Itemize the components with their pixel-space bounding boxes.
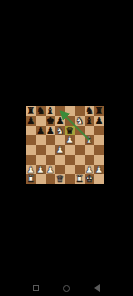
square-c1[interactable] — [46, 174, 56, 184]
black-pawn-h7: ♟ — [95, 116, 104, 126]
square-e4[interactable] — [65, 145, 75, 155]
square-f4[interactable] — [75, 145, 85, 155]
square-g7[interactable]: ♝ — [85, 116, 95, 126]
black-rook-a8: ♜ — [27, 106, 36, 116]
white-rook-f1: ♜ — [75, 174, 84, 184]
square-e3[interactable] — [65, 155, 75, 165]
square-d1[interactable]: ♛ — [55, 174, 65, 184]
square-d3[interactable] — [55, 155, 65, 165]
square-e7[interactable] — [65, 116, 75, 126]
square-h7[interactable]: ♟ — [94, 116, 104, 126]
square-g1[interactable]: ♚ — [85, 174, 95, 184]
square-a3[interactable] — [26, 155, 36, 165]
square-d5[interactable] — [55, 135, 65, 145]
black-pawn-d7: ♟ — [56, 116, 65, 126]
square-b6[interactable]: ♟ — [36, 126, 46, 136]
white-knight-d6: ♞ — [56, 126, 65, 136]
square-c7[interactable]: ♚ — [46, 116, 56, 126]
square-f3[interactable] — [75, 155, 85, 165]
square-f8[interactable] — [75, 106, 85, 116]
android-navbar — [0, 283, 133, 293]
white-pawn-g2: ♟ — [85, 165, 94, 175]
white-pawn-d4: ♟ — [56, 145, 65, 155]
square-b2[interactable]: ♟ — [36, 165, 46, 175]
black-rook-h8: ♜ — [95, 106, 104, 116]
square-f2[interactable] — [75, 165, 85, 175]
square-g8[interactable]: ♞ — [85, 106, 95, 116]
black-bishop-g7: ♝ — [85, 116, 94, 126]
black-king-c7: ♚ — [46, 116, 55, 126]
back-button-icon[interactable] — [94, 284, 100, 292]
white-pawn-c2: ♟ — [46, 165, 55, 175]
square-c4[interactable] — [46, 145, 56, 155]
square-e1[interactable] — [65, 174, 75, 184]
black-knight-b8: ♞ — [36, 106, 45, 116]
chess-board: ♜♞♝♞♜♟♚♟♞♝♟♟♟♞♛♟♝♟♟♟♟♟♟♜♛♜♚ — [26, 106, 104, 184]
square-h3[interactable] — [94, 155, 104, 165]
white-queen-d1: ♛ — [56, 174, 65, 184]
square-b3[interactable] — [36, 155, 46, 165]
square-e8[interactable] — [65, 106, 75, 116]
square-b1[interactable] — [36, 174, 46, 184]
square-d6[interactable]: ♞ — [55, 126, 65, 136]
square-h4[interactable] — [94, 145, 104, 155]
square-b8[interactable]: ♞ — [36, 106, 46, 116]
white-pawn-a2: ♟ — [27, 165, 36, 175]
square-d7[interactable]: ♟ — [55, 116, 65, 126]
phone-screen: ♜♞♝♞♜♟♚♟♞♝♟♟♟♞♛♟♝♟♟♟♟♟♟♜♛♜♚ — [0, 0, 133, 296]
black-knight-g8: ♞ — [85, 106, 94, 116]
square-b5[interactable] — [36, 135, 46, 145]
square-f7[interactable]: ♞ — [75, 116, 85, 126]
square-c5[interactable] — [46, 135, 56, 145]
black-queen-e6: ♛ — [66, 126, 75, 136]
square-f5[interactable] — [75, 135, 85, 145]
square-h8[interactable]: ♜ — [94, 106, 104, 116]
white-pawn-b2: ♟ — [36, 165, 45, 175]
black-pawn-a7: ♟ — [27, 116, 36, 126]
square-a8[interactable]: ♜ — [26, 106, 36, 116]
square-a6[interactable] — [26, 126, 36, 136]
square-a1[interactable]: ♜ — [26, 174, 36, 184]
square-f1[interactable]: ♜ — [75, 174, 85, 184]
square-c8[interactable]: ♝ — [46, 106, 56, 116]
white-pawn-h2: ♟ — [95, 165, 104, 175]
square-h1[interactable] — [94, 174, 104, 184]
black-pawn-c6: ♟ — [46, 126, 55, 136]
square-b7[interactable] — [36, 116, 46, 126]
square-e5[interactable]: ♟ — [65, 135, 75, 145]
square-g5[interactable]: ♝ — [85, 135, 95, 145]
square-d2[interactable] — [55, 165, 65, 175]
square-h5[interactable] — [94, 135, 104, 145]
home-button-icon[interactable] — [63, 285, 70, 292]
black-pawn-b6: ♟ — [36, 126, 45, 136]
square-h6[interactable] — [94, 126, 104, 136]
square-c3[interactable] — [46, 155, 56, 165]
square-g3[interactable] — [85, 155, 95, 165]
square-c2[interactable]: ♟ — [46, 165, 56, 175]
square-a5[interactable] — [26, 135, 36, 145]
square-a7[interactable]: ♟ — [26, 116, 36, 126]
square-c6[interactable]: ♟ — [46, 126, 56, 136]
square-g2[interactable]: ♟ — [85, 165, 95, 175]
white-pawn-e5: ♟ — [66, 135, 75, 145]
square-g4[interactable] — [85, 145, 95, 155]
square-d4[interactable]: ♟ — [55, 145, 65, 155]
white-king-g1: ♚ — [85, 174, 94, 184]
white-knight-f7: ♞ — [75, 116, 84, 126]
square-e6[interactable]: ♛ — [65, 126, 75, 136]
square-e2[interactable] — [65, 165, 75, 175]
black-bishop-c8: ♝ — [46, 106, 55, 116]
square-a4[interactable] — [26, 145, 36, 155]
square-b4[interactable] — [36, 145, 46, 155]
square-a2[interactable]: ♟ — [26, 165, 36, 175]
square-h2[interactable]: ♟ — [94, 165, 104, 175]
square-d8[interactable] — [55, 106, 65, 116]
square-g6[interactable] — [85, 126, 95, 136]
recents-button-icon[interactable] — [33, 285, 39, 291]
square-f6[interactable] — [75, 126, 85, 136]
white-bishop-g5: ♝ — [85, 135, 94, 145]
white-rook-a1: ♜ — [27, 174, 36, 184]
